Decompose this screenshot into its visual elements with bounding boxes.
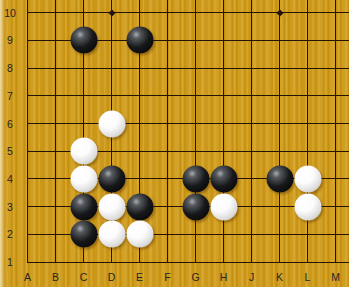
column-label-D: D (108, 271, 116, 283)
white-stone-D2 (98, 221, 125, 248)
column-label-K: K (276, 271, 283, 283)
grid-line-horizontal-8 (27, 68, 349, 69)
star-point-K10 (276, 9, 283, 16)
grid-line-horizontal-10 (27, 12, 349, 13)
black-stone-E9 (126, 27, 153, 54)
column-label-G: G (191, 271, 199, 283)
column-label-B: B (52, 271, 59, 283)
black-stone-D4 (98, 165, 125, 192)
row-label-7: 7 (0, 90, 20, 102)
black-stone-G3 (182, 193, 209, 220)
column-label-J: J (249, 271, 254, 283)
white-stone-L3 (294, 193, 321, 220)
grid-line-horizontal-7 (27, 95, 349, 96)
column-label-C: C (80, 271, 88, 283)
black-stone-E3 (126, 193, 153, 220)
go-board[interactable]: 10987654321ABCDEFGHJKLM (0, 0, 349, 287)
row-label-6: 6 (0, 118, 20, 130)
black-stone-H4 (210, 165, 237, 192)
row-label-4: 4 (0, 173, 20, 185)
black-stone-C2 (70, 221, 97, 248)
row-label-3: 3 (0, 201, 20, 213)
white-stone-C5 (70, 138, 97, 165)
grid-line-horizontal-1 (27, 262, 349, 263)
star-point-D10 (108, 9, 115, 16)
white-stone-E2 (126, 221, 153, 248)
column-label-E: E (136, 271, 143, 283)
black-stone-C3 (70, 193, 97, 220)
row-label-10: 10 (0, 7, 20, 19)
row-label-2: 2 (0, 228, 20, 240)
white-stone-D6 (98, 110, 125, 137)
white-stone-H3 (210, 193, 237, 220)
black-stone-G4 (182, 165, 209, 192)
row-label-5: 5 (0, 145, 20, 157)
black-stone-K4 (266, 165, 293, 192)
column-label-L: L (305, 271, 311, 283)
row-label-9: 9 (0, 34, 20, 46)
column-label-H: H (220, 271, 228, 283)
white-stone-L4 (294, 165, 321, 192)
column-label-A: A (24, 271, 31, 283)
column-label-M: M (331, 271, 340, 283)
row-label-1: 1 (0, 256, 20, 268)
row-label-8: 8 (0, 62, 20, 74)
black-stone-C9 (70, 27, 97, 54)
white-stone-C4 (70, 165, 97, 192)
grid-line-horizontal-6 (27, 123, 349, 124)
column-label-F: F (164, 271, 170, 283)
white-stone-D3 (98, 193, 125, 220)
